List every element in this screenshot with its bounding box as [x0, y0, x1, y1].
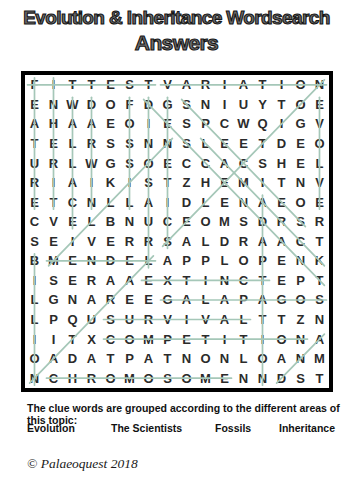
- grid-cell-r6c16: V: [310, 173, 329, 193]
- wordsearch-grid: FITTESTVARIATIONENWDOFDGSNIUYTOEAHAAEOIE…: [21, 71, 333, 392]
- grid-cell-r13c11: A: [215, 310, 234, 330]
- grid-cell-r7c9: D: [177, 192, 196, 212]
- grid-cell-r5c15: E: [291, 153, 310, 173]
- grid-cell-r9c1: S: [25, 232, 44, 252]
- grid-cell-r1c6: S: [120, 75, 139, 95]
- grid-cell-r11c16: T: [310, 271, 329, 291]
- grid-cell-r4c8: N: [158, 134, 177, 154]
- grid-cell-r13c10: V: [196, 310, 215, 330]
- grid-cell-r5c5: G: [101, 153, 120, 173]
- grid-cell-r2c3: W: [63, 95, 82, 115]
- grid-cell-r4c6: S: [120, 134, 139, 154]
- grid-cell-r9c7: R: [139, 232, 158, 252]
- grid-cell-r8c2: V: [44, 212, 63, 232]
- grid-cell-r12c6: E: [120, 290, 139, 310]
- grid-cell-r8c12: S: [234, 212, 253, 232]
- grid-cell-r6c1: R: [25, 173, 44, 193]
- grid-cell-r15c7: A: [139, 349, 158, 369]
- grid-cell-r16c11: E: [215, 368, 234, 388]
- grid-cell-r7c10: L: [196, 192, 215, 212]
- grid-cell-r2c8: G: [158, 95, 177, 115]
- grid-cell-r14c12: T: [234, 329, 253, 349]
- category-evolution: Evolution: [27, 422, 75, 434]
- grid-cell-r9c16: T: [310, 232, 329, 252]
- grid-cell-r10c9: P: [177, 251, 196, 271]
- grid-cell-r15c10: O: [196, 349, 215, 369]
- grid-cell-r4c16: O: [310, 134, 329, 154]
- grid-cell-r11c15: P: [291, 271, 310, 291]
- grid-cell-r2c9: S: [177, 95, 196, 115]
- grid-cell-r4c2: E: [44, 134, 63, 154]
- title-main: Evolution & Inheritance Wordsearch: [0, 6, 353, 30]
- grid-cell-r14c4: X: [82, 329, 101, 349]
- grid-cell-r3c6: O: [120, 114, 139, 134]
- grid-cell-r8c4: L: [82, 212, 101, 232]
- grid-cell-r6c3: A: [63, 173, 82, 193]
- grid-cell-r4c4: R: [82, 134, 101, 154]
- grid-cell-r8c5: B: [101, 212, 120, 232]
- grid-cell-r9c11: D: [215, 232, 234, 252]
- grid-cell-r7c1: E: [25, 192, 44, 212]
- grid-cell-r12c14: G: [272, 290, 291, 310]
- grid-cell-r9c13: A: [253, 232, 272, 252]
- grid-cell-r2c14: T: [272, 95, 291, 115]
- grid-cell-r15c1: O: [25, 349, 44, 369]
- grid-cell-r12c7: E: [139, 290, 158, 310]
- grid-cell-r9c5: E: [101, 232, 120, 252]
- grid-cell-r3c11: C: [215, 114, 234, 134]
- grid-cell-r12c12: P: [234, 290, 253, 310]
- grid-cell-r7c2: T: [44, 192, 63, 212]
- grid-cell-r15c6: P: [120, 349, 139, 369]
- grid-cell-r15c13: O: [253, 349, 272, 369]
- grid-cell-r13c14: T: [272, 310, 291, 330]
- grid-cell-r8c1: C: [25, 212, 44, 232]
- grid-cell-r7c11: E: [215, 192, 234, 212]
- grid-cell-r7c15: O: [291, 192, 310, 212]
- grid-cell-r16c5: O: [101, 368, 120, 388]
- grid-cell-r2c11: I: [215, 95, 234, 115]
- grid-cell-r14c5: C: [101, 329, 120, 349]
- grid-cell-r1c12: A: [234, 75, 253, 95]
- category-fossils: Fossils: [215, 422, 251, 434]
- grid-cell-r4c12: E: [234, 134, 253, 154]
- grid-cell-r6c5: K: [101, 173, 120, 193]
- grid-cell-r4c10: L: [196, 134, 215, 154]
- grid-cell-r10c7: L: [139, 251, 158, 271]
- grid-cell-r5c4: W: [82, 153, 101, 173]
- grid-cell-r10c12: O: [234, 251, 253, 271]
- grid-cell-r8c9: E: [177, 212, 196, 232]
- grid-cell-r10c16: K: [310, 251, 329, 271]
- grid-cell-r2c12: U: [234, 95, 253, 115]
- grid-cell-r14c6: O: [120, 329, 139, 349]
- copyright-line: © Palaeoquest 2018: [27, 456, 138, 472]
- grid-cell-r12c3: N: [63, 290, 82, 310]
- grid-cell-r9c14: A: [272, 232, 291, 252]
- grid-cell-r7c8: I: [158, 192, 177, 212]
- grid-cell-r13c6: U: [120, 310, 139, 330]
- grid-cell-r10c5: D: [101, 251, 120, 271]
- grid-cell-r16c16: T: [310, 368, 329, 388]
- grid-cell-r7c16: E: [310, 192, 329, 212]
- grid-cell-r4c15: E: [291, 134, 310, 154]
- grid-cell-r13c16: N: [310, 310, 329, 330]
- grid-cell-r2c16: E: [310, 95, 329, 115]
- grid-cell-r6c11: E: [215, 173, 234, 193]
- grid-cell-r12c10: L: [196, 290, 215, 310]
- grid-cell-r15c12: L: [234, 349, 253, 369]
- grid-cell-r14c7: M: [139, 329, 158, 349]
- grid-cell-r16c15: S: [291, 368, 310, 388]
- grid-cell-r5c10: C: [196, 153, 215, 173]
- grid-cell-r1c14: I: [272, 75, 291, 95]
- grid-cell-r16c3: H: [63, 368, 82, 388]
- grid-cell-r3c14: I: [272, 114, 291, 134]
- grid-cell-r16c10: M: [196, 368, 215, 388]
- grid-cell-r7c12: N: [234, 192, 253, 212]
- grid-cell-r1c3: T: [63, 75, 82, 95]
- grid-cell-r8c14: R: [272, 212, 291, 232]
- grid-cell-r6c13: I: [253, 173, 272, 193]
- grid-cell-r5c16: L: [310, 153, 329, 173]
- grid-cell-r3c13: Q: [253, 114, 272, 134]
- grid-cell-r1c4: T: [82, 75, 101, 95]
- grid-cell-r16c2: C: [44, 368, 63, 388]
- grid-cell-r15c2: A: [44, 349, 63, 369]
- grid-cell-r9c9: A: [177, 232, 196, 252]
- grid-cell-r6c8: T: [158, 173, 177, 193]
- grid-cell-r3c4: A: [82, 114, 101, 134]
- grid-cell-r9c8: S: [158, 232, 177, 252]
- grid-cell-r11c14: E: [272, 271, 291, 291]
- grid-cell-r11c8: X: [158, 271, 177, 291]
- grid-cell-r9c4: V: [82, 232, 101, 252]
- grid-cell-r13c13: T: [253, 310, 272, 330]
- grid-cell-r5c2: R: [44, 153, 63, 173]
- grid-cell-r13c7: R: [139, 310, 158, 330]
- grid-cell-r3c16: V: [310, 114, 329, 134]
- grid-cell-r12c16: S: [310, 290, 329, 310]
- grid-cell-r5c7: O: [139, 153, 158, 173]
- grid-cell-r11c11: N: [215, 271, 234, 291]
- grid-cell-r10c2: M: [44, 251, 63, 271]
- grid-cell-r15c16: M: [310, 349, 329, 369]
- grid-cell-r16c9: O: [177, 368, 196, 388]
- grid-cell-r16c14: D: [272, 368, 291, 388]
- grid-cell-r6c14: T: [272, 173, 291, 193]
- grid-cell-r10c14: E: [272, 251, 291, 271]
- grid-cell-r7c3: C: [63, 192, 82, 212]
- grid-cell-r14c8: P: [158, 329, 177, 349]
- grid-cell-r1c5: E: [101, 75, 120, 95]
- grid-cell-r9c3: I: [63, 232, 82, 252]
- grid-cell-r13c2: P: [44, 310, 63, 330]
- grid-cell-r14c1: I: [25, 329, 44, 349]
- grid-cell-r9c12: R: [234, 232, 253, 252]
- grid-cell-r8c10: O: [196, 212, 215, 232]
- grid-cell-r10c3: E: [63, 251, 82, 271]
- grid-cell-r10c4: N: [82, 251, 101, 271]
- grid-cell-r11c1: I: [25, 271, 44, 291]
- grid-cell-r8c13: D: [253, 212, 272, 232]
- grid-cell-r3c8: E: [158, 114, 177, 134]
- grid-cell-r8c15: S: [291, 212, 310, 232]
- page-title: Evolution & Inheritance Wordsearch Answe…: [0, 6, 353, 55]
- grid-cell-r14c16: A: [310, 329, 329, 349]
- grid-cell-r11c4: R: [82, 271, 101, 291]
- grid-cell-r13c5: S: [101, 310, 120, 330]
- grid-cell-r16c1: N: [25, 368, 44, 388]
- grid-cell-r11c10: I: [196, 271, 215, 291]
- grid-cell-r4c14: D: [272, 134, 291, 154]
- grid-cell-r15c5: T: [101, 349, 120, 369]
- grid-cell-r14c9: E: [177, 329, 196, 349]
- grid-cell-r2c10: N: [196, 95, 215, 115]
- grid-cell-r8c3: E: [63, 212, 82, 232]
- grid-cell-r5c8: E: [158, 153, 177, 173]
- grid-cell-r2c4: D: [82, 95, 101, 115]
- grid-cell-r3c2: H: [44, 114, 63, 134]
- grid-cell-r7c7: A: [139, 192, 158, 212]
- grid-cell-r11c13: T: [253, 271, 272, 291]
- grid-cell-r1c11: I: [215, 75, 234, 95]
- grid-cell-r11c7: E: [139, 271, 158, 291]
- category-inheritance: Inheritance: [279, 422, 335, 434]
- grid-cell-r14c14: O: [272, 329, 291, 349]
- grid-cell-r7c5: L: [101, 192, 120, 212]
- category-scientists: The Scientists: [111, 422, 182, 434]
- grid-cell-r6c7: S: [139, 173, 158, 193]
- grid-cell-r12c2: G: [44, 290, 63, 310]
- grid-cell-r3c5: E: [101, 114, 120, 134]
- grid-cell-r9c15: C: [291, 232, 310, 252]
- grid-cell-r6c9: Z: [177, 173, 196, 193]
- grid-cell-r16c13: N: [253, 368, 272, 388]
- grid-cell-r5c14: H: [272, 153, 291, 173]
- grid-cell-r3c9: S: [177, 114, 196, 134]
- grid-cell-r6c12: M: [234, 173, 253, 193]
- grid-cell-r5c9: C: [177, 153, 196, 173]
- grid-cell-r8c8: C: [158, 212, 177, 232]
- grid-cell-r1c10: R: [196, 75, 215, 95]
- grid-cell-r1c7: T: [139, 75, 158, 95]
- grid-cell-r15c11: N: [215, 349, 234, 369]
- grid-cell-r2c5: O: [101, 95, 120, 115]
- grid-cell-r1c1: F: [25, 75, 44, 95]
- grid-cell-r15c9: N: [177, 349, 196, 369]
- grid-cell-r12c11: A: [215, 290, 234, 310]
- grid-cell-r12c9: A: [177, 290, 196, 310]
- grid-cell-r5c13: S: [253, 153, 272, 173]
- grid-cell-r2c15: O: [291, 95, 310, 115]
- grid-cell-r11c2: S: [44, 271, 63, 291]
- grid-cell-r7c13: A: [253, 192, 272, 212]
- grid-cell-r13c12: L: [234, 310, 253, 330]
- grid-cells: FITTESTVARIATIONENWDOFDGSNIUYTOEAHAAEOIE…: [25, 75, 329, 388]
- grid-cell-r11c5: A: [101, 271, 120, 291]
- grid-cell-r10c6: E: [120, 251, 139, 271]
- grid-cell-r4c13: T: [253, 134, 272, 154]
- grid-cell-r14c11: I: [215, 329, 234, 349]
- title-answers: Answers: [0, 30, 353, 55]
- grid-cell-r2c13: Y: [253, 95, 272, 115]
- grid-cell-r14c2: I: [44, 329, 63, 349]
- grid-cell-r10c11: L: [215, 251, 234, 271]
- grid-cell-r4c11: E: [215, 134, 234, 154]
- grid-cell-r3c15: G: [291, 114, 310, 134]
- grid-cell-r13c9: I: [177, 310, 196, 330]
- grid-cell-r10c8: A: [158, 251, 177, 271]
- grid-cell-r7c14: E: [272, 192, 291, 212]
- grid-cell-r9c10: L: [196, 232, 215, 252]
- grid-cell-r5c6: S: [120, 153, 139, 173]
- grid-cell-r10c15: N: [291, 251, 310, 271]
- grid-cell-r7c4: N: [82, 192, 101, 212]
- grid-cell-r12c4: A: [82, 290, 101, 310]
- grid-cell-r2c2: N: [44, 95, 63, 115]
- grid-cell-r13c1: L: [25, 310, 44, 330]
- grid-cell-r15c4: A: [82, 349, 101, 369]
- grid-cell-r2c7: D: [139, 95, 158, 115]
- grid-cell-r13c15: Z: [291, 310, 310, 330]
- grid-cell-r12c15: O: [291, 290, 310, 310]
- grid-cell-r4c9: S: [177, 134, 196, 154]
- grid-cell-r6c2: I: [44, 173, 63, 193]
- grid-cell-r12c13: A: [253, 290, 272, 310]
- grid-cell-r10c1: B: [25, 251, 44, 271]
- grid-cell-r1c15: O: [291, 75, 310, 95]
- grid-cell-r6c6: I: [120, 173, 139, 193]
- grid-cell-r15c15: N: [291, 349, 310, 369]
- grid-cell-r13c8: V: [158, 310, 177, 330]
- grid-cell-r5c12: C: [234, 153, 253, 173]
- grid-cell-r13c3: Q: [63, 310, 82, 330]
- grid-cell-r7c6: L: [120, 192, 139, 212]
- grid-cell-r15c14: A: [272, 349, 291, 369]
- grid-cell-r1c8: V: [158, 75, 177, 95]
- grid-cell-r9c6: R: [120, 232, 139, 252]
- grid-cell-r8c7: U: [139, 212, 158, 232]
- grid-cell-r14c15: N: [291, 329, 310, 349]
- grid-cell-r1c9: A: [177, 75, 196, 95]
- grid-cell-r11c12: C: [234, 271, 253, 291]
- grid-cell-r10c10: P: [196, 251, 215, 271]
- grid-cell-r10c13: P: [253, 251, 272, 271]
- grid-cell-r16c4: R: [82, 368, 101, 388]
- grid-cell-r12c5: R: [101, 290, 120, 310]
- grid-cell-r13c4: U: [82, 310, 101, 330]
- grid-cell-r8c11: M: [215, 212, 234, 232]
- grid-cell-r5c1: U: [25, 153, 44, 173]
- grid-cell-r4c5: S: [101, 134, 120, 154]
- grid-cell-r12c1: L: [25, 290, 44, 310]
- grid-cell-r4c7: N: [139, 134, 158, 154]
- grid-cell-r6c4: I: [82, 173, 101, 193]
- grid-cell-r6c15: N: [291, 173, 310, 193]
- grid-cell-r16c8: S: [158, 368, 177, 388]
- grid-cell-r3c3: A: [63, 114, 82, 134]
- grid-cell-r4c1: T: [25, 134, 44, 154]
- grid-cell-r3c10: P: [196, 114, 215, 134]
- grid-cell-r16c6: M: [120, 368, 139, 388]
- grid-cell-r11c6: A: [120, 271, 139, 291]
- grid-cell-r1c2: I: [44, 75, 63, 95]
- grid-cell-r12c8: G: [158, 290, 177, 310]
- grid-cell-r5c3: L: [63, 153, 82, 173]
- grid-cell-r4c3: L: [63, 134, 82, 154]
- grid-cell-r3c7: I: [139, 114, 158, 134]
- grid-cell-r8c16: R: [310, 212, 329, 232]
- grid-cell-r5c11: A: [215, 153, 234, 173]
- grid-cell-r2c1: E: [25, 95, 44, 115]
- grid-cell-r11c9: T: [177, 271, 196, 291]
- grid-cell-r2c6: F: [120, 95, 139, 115]
- grid-cell-r8c6: N: [120, 212, 139, 232]
- grid-cell-r11c3: E: [63, 271, 82, 291]
- grid-cell-r3c1: A: [25, 114, 44, 134]
- grid-cell-r9c2: E: [44, 232, 63, 252]
- grid-cell-r15c3: D: [63, 349, 82, 369]
- grid-cell-r14c10: T: [196, 329, 215, 349]
- grid-cell-r16c7: O: [139, 368, 158, 388]
- grid-cell-r15c8: T: [158, 349, 177, 369]
- grid-cell-r1c16: N: [310, 75, 329, 95]
- grid-cell-r1c13: T: [253, 75, 272, 95]
- grid-cell-r16c12: N: [234, 368, 253, 388]
- grid-cell-r14c3: T: [63, 329, 82, 349]
- grid-cell-r6c10: H: [196, 173, 215, 193]
- grid-cell-r3c12: W: [234, 114, 253, 134]
- grid-cell-r14c13: I: [253, 329, 272, 349]
